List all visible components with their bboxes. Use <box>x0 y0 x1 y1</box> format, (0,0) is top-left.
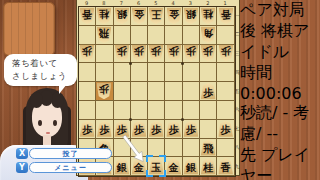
x-button-badge: X <box>16 148 28 159</box>
gote-piece-p[interactable]: 歩 <box>218 45 233 62</box>
board-square-2-7[interactable] <box>200 120 217 139</box>
resign-button-label: 投了 <box>29 148 112 159</box>
board-square-6-1[interactable]: 金 <box>131 7 148 26</box>
eye <box>53 120 57 126</box>
gote-piece-n[interactable]: 桂 <box>97 8 112 25</box>
board-square-3-9[interactable]: 銀 <box>183 157 200 176</box>
board-square-3-2[interactable] <box>183 26 200 45</box>
board-square-6-7[interactable]: 歩 <box>131 120 148 139</box>
board-square-5-5[interactable] <box>148 82 165 101</box>
gote-piece-n[interactable]: 桂 <box>201 8 216 25</box>
board-square-8-2[interactable]: 飛 <box>96 26 113 45</box>
gote-piece-l[interactable]: 香 <box>80 8 95 25</box>
sente-piece-p[interactable]: 歩 <box>114 120 129 137</box>
y-button[interactable]: Y メニュー <box>16 162 112 173</box>
right-panel: ペア対局 後 将棋アイドル 時間 0:00:06 秒読/ - 考慮/ -- 先 … <box>240 0 320 180</box>
board-square-2-4[interactable] <box>200 63 217 82</box>
sente-piece-p[interactable]: 歩 <box>80 120 95 137</box>
board-square-2-2[interactable]: 角 <box>200 26 217 45</box>
sente-piece-p[interactable]: 歩 <box>149 120 164 137</box>
gote-piece-p[interactable]: 歩 <box>97 83 112 100</box>
sente-piece-p[interactable]: 歩 <box>201 83 216 100</box>
sente-piece-r[interactable]: 飛 <box>201 139 216 156</box>
board-square-3-5[interactable] <box>183 82 200 101</box>
game-screen: 落ち着いて さしましょう X 投了 Y メニュー 987654321 香桂銀金王… <box>0 0 320 180</box>
rank-label: 五 <box>234 81 240 100</box>
board-square-7-7[interactable]: 歩 <box>114 120 131 139</box>
gote-side-icon: 後 <box>240 21 256 40</box>
sente-player-card: 先 プレイヤー 時間 0:00:14 秒読/ - 考慮/ -- <box>240 145 320 180</box>
board-square-9-7[interactable]: 歩 <box>79 120 96 139</box>
board-square-8-7[interactable]: 歩 <box>96 120 113 139</box>
gote-piece-p[interactable]: 歩 <box>132 45 147 62</box>
board-square-7-2[interactable] <box>114 26 131 45</box>
board-square-9-4[interactable] <box>79 63 96 82</box>
board-square-9-2[interactable] <box>79 26 96 45</box>
board-square-5-3[interactable]: 歩 <box>148 45 165 64</box>
board-square-5-9[interactable]: 玉 <box>148 157 165 176</box>
board-square-1-5[interactable] <box>217 82 234 101</box>
gote-piece-s[interactable]: 銀 <box>114 8 129 25</box>
board-square-7-3[interactable]: 歩 <box>114 45 131 64</box>
gote-piece-k[interactable]: 王 <box>149 8 164 25</box>
rank-label: 四 <box>234 62 240 81</box>
board-square-7-9[interactable]: 銀 <box>114 157 131 176</box>
gote-piece-p[interactable]: 歩 <box>201 45 216 62</box>
mouth <box>46 132 50 134</box>
gote-piece-p[interactable]: 歩 <box>183 45 198 62</box>
sente-piece-p[interactable]: 歩 <box>183 120 198 137</box>
board-square-1-8[interactable] <box>217 139 234 158</box>
board-square-8-5[interactable]: 歩 <box>96 82 113 101</box>
gote-piece-g[interactable]: 金 <box>166 8 181 25</box>
board-square-9-5[interactable] <box>79 82 96 101</box>
sente-piece-l[interactable]: 香 <box>218 158 233 175</box>
selection-cursor <box>146 155 166 177</box>
board-square-4-5[interactable] <box>165 82 182 101</box>
rank-label: 六 <box>234 100 240 119</box>
board-square-6-6[interactable] <box>131 101 148 120</box>
board-square-1-2[interactable] <box>217 26 234 45</box>
board-square-7-4[interactable] <box>114 63 131 82</box>
board-square-7-8[interactable] <box>114 139 131 158</box>
board-square-1-9[interactable]: 香 <box>217 157 234 176</box>
board-square-3-8[interactable] <box>183 139 200 158</box>
board-square-9-1[interactable]: 香 <box>79 7 96 26</box>
board-square-7-5[interactable] <box>114 82 131 101</box>
board-square-3-3[interactable]: 歩 <box>183 45 200 64</box>
board-square-6-4[interactable] <box>131 63 148 82</box>
wood-panel <box>3 2 55 56</box>
sente-piece-p[interactable]: 歩 <box>97 120 112 137</box>
sente-piece-p[interactable]: 歩 <box>166 120 181 137</box>
board-square-6-5[interactable] <box>131 82 148 101</box>
board-square-4-6[interactable] <box>165 101 182 120</box>
board-square-9-3[interactable]: 歩 <box>79 45 96 64</box>
x-button[interactable]: X 投了 <box>16 148 112 159</box>
board-square-3-6[interactable] <box>183 101 200 120</box>
gote-piece-p[interactable]: 歩 <box>149 45 164 62</box>
board-square-3-7[interactable]: 歩 <box>183 120 200 139</box>
gote-time-label: 時間 <box>240 63 272 82</box>
gote-player-card: 後 将棋アイドル 時間 0:00:06 秒読/ - 考慮/ -- <box>240 21 320 145</box>
speech-line1: 落ち着いて <box>12 57 77 70</box>
board-square-7-6[interactable] <box>114 101 131 120</box>
gote-piece-l[interactable]: 香 <box>218 8 233 25</box>
gote-subtime: 秒読/ - 考慮/ -- <box>240 103 320 145</box>
board-square-6-3[interactable]: 歩 <box>131 45 148 64</box>
match-mode-title: ペア対局 <box>240 0 320 21</box>
button-hints: X 投了 Y メニュー <box>16 148 112 176</box>
board-square-7-1[interactable]: 銀 <box>114 7 131 26</box>
eye <box>38 120 42 126</box>
rank-label: 八 <box>234 138 240 157</box>
board-square-3-4[interactable] <box>183 63 200 82</box>
board-square-2-5[interactable]: 歩 <box>200 82 217 101</box>
rank-label: 九 <box>234 156 240 175</box>
gote-piece-b[interactable]: 角 <box>201 26 216 43</box>
board-square-8-4[interactable] <box>96 63 113 82</box>
board-square-3-1[interactable]: 銀 <box>183 7 200 26</box>
board-square-8-6[interactable] <box>96 101 113 120</box>
board-square-5-6[interactable] <box>148 101 165 120</box>
speech-line2: さしましょう <box>12 70 77 83</box>
sente-piece-p[interactable]: 歩 <box>132 120 147 137</box>
rank-label: 七 <box>234 119 240 138</box>
board-square-1-1[interactable]: 香 <box>217 7 234 26</box>
sente-piece-n[interactable]: 桂 <box>201 158 216 175</box>
rank-label: 二 <box>234 25 240 44</box>
bangs <box>30 92 43 108</box>
board-square-9-6[interactable] <box>79 101 96 120</box>
gote-piece-p[interactable]: 歩 <box>114 45 129 62</box>
board-square-4-9[interactable]: 金 <box>165 157 182 176</box>
board-square-2-6[interactable] <box>200 101 217 120</box>
rank-label: 三 <box>234 44 240 63</box>
board-square-2-3[interactable]: 歩 <box>200 45 217 64</box>
speech-bubble: 落ち着いて さしましょう <box>4 54 77 86</box>
sente-piece-s[interactable]: 銀 <box>183 158 198 175</box>
gote-piece-p[interactable]: 歩 <box>166 45 181 62</box>
rank-label: 一 <box>234 6 240 25</box>
board-square-4-1[interactable]: 金 <box>165 7 182 26</box>
board-square-4-4[interactable] <box>165 63 182 82</box>
board-square-4-2[interactable] <box>165 26 182 45</box>
sente-piece-g[interactable]: 金 <box>166 158 181 175</box>
gote-piece-p[interactable]: 歩 <box>80 45 95 62</box>
board-square-5-2[interactable] <box>148 26 165 45</box>
sente-piece-p[interactable]: 歩 <box>218 120 233 137</box>
board-square-1-6[interactable] <box>217 101 234 120</box>
gote-time-value: 0:00:06 <box>240 84 302 103</box>
board-square-8-1[interactable]: 桂 <box>96 7 113 26</box>
sente-piece-s[interactable]: 銀 <box>114 158 129 175</box>
gote-piece-s[interactable]: 銀 <box>183 8 198 25</box>
board-square-2-8[interactable]: 飛 <box>200 139 217 158</box>
speech-bubble-tail <box>59 84 67 94</box>
rank-labels: 一二三四五六七八九 <box>234 6 240 175</box>
board-square-4-7[interactable]: 歩 <box>165 120 182 139</box>
sente-side-icon: 先 <box>240 145 256 164</box>
gote-piece-r[interactable]: 飛 <box>97 26 112 43</box>
board-square-1-4[interactable] <box>217 63 234 82</box>
board-square-4-3[interactable]: 歩 <box>165 45 182 64</box>
board-square-5-1[interactable]: 王 <box>148 7 165 26</box>
board-square-6-2[interactable] <box>131 26 148 45</box>
board-square-1-7[interactable]: 歩 <box>217 120 234 139</box>
board-square-8-3[interactable] <box>96 45 113 64</box>
board-square-2-1[interactable]: 桂 <box>200 7 217 26</box>
y-button-badge: Y <box>16 162 28 173</box>
board-square-4-8[interactable] <box>165 139 182 158</box>
board-square-5-7[interactable]: 歩 <box>148 120 165 139</box>
menu-button-label: メニュー <box>29 162 112 173</box>
gote-piece-g[interactable]: 金 <box>132 8 147 25</box>
board-square-2-9[interactable]: 桂 <box>200 157 217 176</box>
board-square-5-4[interactable] <box>148 63 165 82</box>
board-square-1-3[interactable]: 歩 <box>217 45 234 64</box>
sente-piece-g[interactable]: 金 <box>132 158 147 175</box>
